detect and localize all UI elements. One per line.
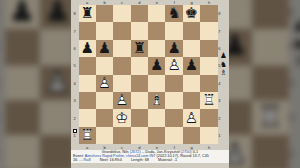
coord-label: 3: [218, 92, 220, 109]
next-move: Next: 16.Rh4: [100, 158, 122, 162]
square-b3: [96, 92, 113, 109]
square-h7: [200, 22, 217, 39]
square-h5: [200, 57, 217, 74]
square-f7: [165, 22, 182, 39]
coord-label: 4: [0, 65, 3, 101]
square-a1: ♜♖: [79, 127, 96, 144]
last-move-prefix: 16. ...: [73, 158, 83, 162]
coord-label: 3: [289, 100, 294, 136]
square-h4: [200, 75, 217, 92]
square-b2: [96, 109, 113, 126]
square-f1: [165, 127, 182, 144]
square-e3: ♝♗: [148, 92, 165, 109]
square-h2: [200, 109, 217, 126]
diagram: abcdefgh 87654321 ♜♞♚♟♟♜♟♟♟♙♟♟♙♟♙♝♗♜♖♚♔♟…: [71, 0, 229, 168]
black-pawn: ♟: [167, 40, 180, 57]
game-caption: Grandelius, Nils (2672) -- Duda, Jan-Krz…: [71, 150, 229, 164]
square-c8: [113, 5, 130, 22]
square-a4: [79, 75, 96, 92]
coord-label: 7: [218, 22, 220, 39]
coord-label: 8: [218, 5, 220, 22]
square-f4: [165, 75, 182, 92]
square-b8: [96, 5, 113, 22]
white-bishop-icon: ♗: [293, 54, 300, 72]
white-rook: ♜♖: [202, 92, 215, 109]
square-c3: ♟♙: [113, 92, 130, 109]
coord-label: 3: [0, 100, 3, 136]
square-g5: ♟: [183, 57, 200, 74]
square-c6: [113, 40, 130, 57]
square-c2: ♚♔: [113, 109, 130, 126]
black-pawn: ♟: [44, 0, 71, 29]
square-b5: [96, 57, 113, 74]
material-tray: ♟♞♗: [288, 19, 300, 72]
square-e7: [148, 22, 165, 39]
rank-labels-left: 87654321: [0, 0, 3, 168]
coord-label: 2: [71, 109, 78, 126]
square-b1: [96, 127, 113, 144]
square-b4: ♟♙: [96, 75, 113, 92]
white-rook: ♜♖: [256, 101, 283, 136]
square-f5: ♟♙: [165, 57, 182, 74]
move-info-line: 16. ... Ra8 Next: 16.Rh4 Length: 68 Mate…: [71, 158, 229, 162]
square-e5: ♟: [148, 57, 165, 74]
square-g2: ♟♙: [183, 109, 200, 126]
coord-label: 2: [0, 136, 3, 168]
white-pawn: ♟♙: [185, 110, 198, 127]
video-frame: abcdefgh 87654321 ♜♞♚♟♟♜♟♟♟♙♟♟♙♟♙♝♗♜♖♚♔♟…: [0, 0, 300, 168]
square-d5: [131, 57, 148, 74]
square-h5: [252, 29, 287, 64]
square-e4: [148, 75, 165, 92]
square-d4: [131, 75, 148, 92]
square-d6: ♜: [131, 40, 148, 57]
square-a4: [4, 65, 39, 100]
square-h2: [252, 136, 287, 168]
square-g3: [183, 92, 200, 109]
black-rook: ♜: [133, 40, 146, 57]
coord-label: 1: [218, 127, 220, 144]
coord-label: 7: [71, 22, 78, 39]
black-pawn: ♟: [150, 57, 163, 74]
square-f6: ♟: [165, 40, 182, 57]
white-bishop: ♝♗: [150, 92, 163, 109]
square-h1: [200, 127, 217, 144]
last-move: Ra8: [84, 158, 91, 162]
rank-labels-left: 87654321: [71, 5, 78, 144]
square-g4: [183, 75, 200, 92]
black-pawn: ♟: [98, 40, 111, 57]
square-b7: [96, 22, 113, 39]
coord-label: 6: [0, 0, 3, 29]
square-h8: [200, 5, 217, 22]
square-h6: [200, 40, 217, 57]
white-to-move-indicator: [73, 129, 77, 133]
white-pawn: ♟♙: [167, 57, 180, 74]
square-b6: ♟: [96, 40, 113, 57]
square-a8: ♜: [79, 5, 96, 22]
square-h4: [252, 65, 287, 100]
black-pawn-icon: ♟: [293, 19, 300, 37]
coord-label: 5: [0, 29, 3, 65]
square-a3: [4, 100, 39, 135]
square-b4: ♟♙: [40, 65, 75, 100]
chess-board: ♜♞♚♟♟♜♟♟♟♙♟♟♙♟♙♝♗♜♖♚♔♟♙♜♖: [79, 5, 218, 144]
square-d8: [131, 5, 148, 22]
square-e2: [148, 109, 165, 126]
white-bishop-icon: ♗: [220, 69, 227, 78]
white-pawn: ♟♙: [44, 65, 71, 100]
coord-label: 4: [71, 75, 78, 92]
square-e8: [148, 5, 165, 22]
coord-label: 3: [71, 92, 78, 109]
square-g1: [183, 127, 200, 144]
square-a5: [4, 29, 39, 64]
square-e6: [148, 40, 165, 57]
square-c4: [113, 75, 130, 92]
white-king: ♚♔: [115, 110, 128, 127]
white-rook: ♜♖: [80, 127, 93, 144]
square-g6: [183, 40, 200, 57]
black-pawn: ♟: [80, 40, 93, 57]
square-g8: ♚: [183, 5, 200, 22]
square-a2: [4, 136, 39, 168]
square-h6: [252, 0, 287, 29]
square-d7: [131, 22, 148, 39]
square-a7: [79, 22, 96, 39]
square-b3: [40, 100, 75, 135]
coord-label: 5: [71, 57, 78, 74]
square-d3: [131, 92, 148, 109]
coord-label: 8: [71, 5, 78, 22]
square-b5: [40, 29, 75, 64]
black-rook: ♜: [80, 5, 93, 22]
black-king: ♚: [185, 5, 198, 22]
square-a6: ♟: [4, 0, 39, 29]
white-pawn: ♟♙: [115, 92, 128, 109]
square-f3: [165, 92, 182, 109]
square-c5: [113, 57, 130, 74]
white-pawn: ♟♙: [98, 75, 111, 92]
black-pawn: ♟: [8, 0, 35, 29]
coord-label: 2: [218, 109, 220, 126]
square-f8: ♞: [165, 5, 182, 22]
coord-label: 2: [289, 136, 294, 168]
square-f2: [165, 109, 182, 126]
coord-label: 6: [71, 40, 78, 57]
square-a5: [79, 57, 96, 74]
square-c7: [113, 22, 130, 39]
black-pawn: ♟: [185, 57, 198, 74]
game-length: Length: 68: [131, 158, 149, 162]
square-d2: [131, 109, 148, 126]
square-b6: ♟: [40, 0, 75, 29]
square-a3: [79, 92, 96, 109]
square-b2: [40, 136, 75, 168]
square-a6: ♟: [79, 40, 96, 57]
square-g7: [183, 22, 200, 39]
square-c1: [113, 127, 130, 144]
chess-diagram-panel: abcdefgh 87654321 ♜♞♚♟♟♜♟♟♟♙♟♟♙♟♙♝♗♜♖♚♔♟…: [71, 0, 229, 168]
material-balance: Material: -1: [158, 158, 177, 162]
material-tray: ♟♞♗: [218, 52, 229, 78]
square-h3: ♜♖: [200, 92, 217, 109]
square-a2: [79, 109, 96, 126]
square-d1: [131, 127, 148, 144]
black-knight: ♞: [167, 5, 180, 22]
square-h3: ♜♖: [252, 100, 287, 135]
square-e1: [148, 127, 165, 144]
